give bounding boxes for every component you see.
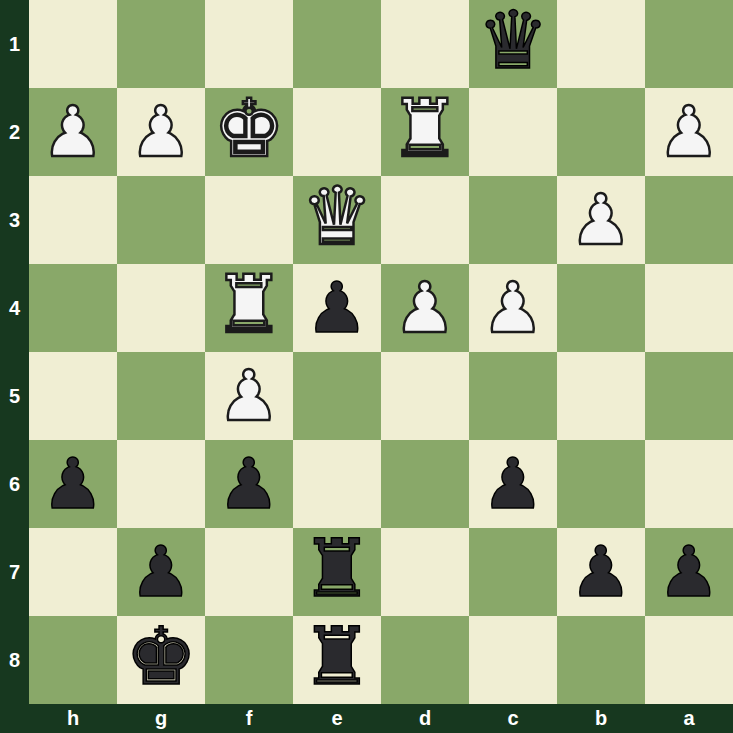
piece-black-pawn: ♟ [130,537,193,607]
rank-label-2: 2 [0,88,29,176]
chess-board: 1♛2♟♟♚♜♟3♛♟4♜♟♟♟5♟6♟♟♟7♟♜♟♟8♚♜hgfedcba [0,0,733,733]
file-label-f: f [205,704,293,733]
square-g7[interactable]: ♟ [117,528,205,616]
square-e4[interactable]: ♟ [293,264,381,352]
square-h1[interactable] [29,0,117,88]
rank-label-5: 5 [0,352,29,440]
piece-black-queen: ♛ [477,1,549,81]
rank-label-8: 8 [0,616,29,704]
rank-label-7: 7 [0,528,29,616]
file-label-g: g [117,704,205,733]
square-h6[interactable]: ♟ [29,440,117,528]
rank-label-3: 3 [0,176,29,264]
file-label-e: e [293,704,381,733]
square-g3[interactable] [117,176,205,264]
square-h4[interactable] [29,264,117,352]
piece-black-pawn: ♟ [306,273,369,343]
square-a4[interactable] [645,264,733,352]
square-d5[interactable] [381,352,469,440]
rank-label-6: 6 [0,440,29,528]
piece-white-rook: ♜ [389,89,461,169]
piece-white-queen: ♛ [301,177,373,257]
square-f7[interactable] [205,528,293,616]
square-c8[interactable] [469,616,557,704]
piece-white-pawn: ♟ [658,97,721,167]
square-a1[interactable] [645,0,733,88]
piece-white-pawn: ♟ [42,97,105,167]
square-e7[interactable]: ♜ [293,528,381,616]
square-d1[interactable] [381,0,469,88]
board-corner [0,704,29,733]
square-c7[interactable] [469,528,557,616]
square-f8[interactable] [205,616,293,704]
square-d8[interactable] [381,616,469,704]
square-g5[interactable] [117,352,205,440]
square-c3[interactable] [469,176,557,264]
square-a5[interactable] [645,352,733,440]
square-b7[interactable]: ♟ [557,528,645,616]
square-h2[interactable]: ♟ [29,88,117,176]
square-f3[interactable] [205,176,293,264]
file-label-b: b [557,704,645,733]
piece-black-rook: ♜ [301,529,373,609]
square-g6[interactable] [117,440,205,528]
file-label-a: a [645,704,733,733]
piece-black-king: ♚ [125,617,197,697]
square-a2[interactable]: ♟ [645,88,733,176]
square-h7[interactable] [29,528,117,616]
square-f5[interactable]: ♟ [205,352,293,440]
square-h8[interactable] [29,616,117,704]
square-e6[interactable] [293,440,381,528]
square-c5[interactable] [469,352,557,440]
square-d7[interactable] [381,528,469,616]
square-a8[interactable] [645,616,733,704]
file-label-c: c [469,704,557,733]
square-b2[interactable] [557,88,645,176]
square-c2[interactable] [469,88,557,176]
piece-black-pawn: ♟ [482,449,545,519]
piece-black-pawn: ♟ [658,537,721,607]
rank-label-1: 1 [0,0,29,88]
file-label-h: h [29,704,117,733]
square-d2[interactable]: ♜ [381,88,469,176]
square-f6[interactable]: ♟ [205,440,293,528]
square-c1[interactable]: ♛ [469,0,557,88]
piece-white-king: ♚ [213,89,285,169]
piece-white-pawn: ♟ [130,97,193,167]
piece-white-pawn: ♟ [482,273,545,343]
square-h3[interactable] [29,176,117,264]
square-b4[interactable] [557,264,645,352]
square-f2[interactable]: ♚ [205,88,293,176]
square-c6[interactable]: ♟ [469,440,557,528]
piece-white-pawn: ♟ [394,273,457,343]
square-b5[interactable] [557,352,645,440]
square-f1[interactable] [205,0,293,88]
square-h5[interactable] [29,352,117,440]
square-a6[interactable] [645,440,733,528]
piece-black-rook: ♜ [301,617,373,697]
square-e3[interactable]: ♛ [293,176,381,264]
square-b3[interactable]: ♟ [557,176,645,264]
piece-white-rook: ♜ [213,265,285,345]
square-e2[interactable] [293,88,381,176]
square-e1[interactable] [293,0,381,88]
square-g4[interactable] [117,264,205,352]
piece-white-pawn: ♟ [570,185,633,255]
piece-black-pawn: ♟ [570,537,633,607]
square-d4[interactable]: ♟ [381,264,469,352]
square-b8[interactable] [557,616,645,704]
piece-black-pawn: ♟ [42,449,105,519]
square-a7[interactable]: ♟ [645,528,733,616]
square-d3[interactable] [381,176,469,264]
square-g8[interactable]: ♚ [117,616,205,704]
square-f4[interactable]: ♜ [205,264,293,352]
square-d6[interactable] [381,440,469,528]
piece-white-pawn: ♟ [218,361,281,431]
file-label-d: d [381,704,469,733]
square-e8[interactable]: ♜ [293,616,381,704]
rank-label-4: 4 [0,264,29,352]
square-b6[interactable] [557,440,645,528]
square-a3[interactable] [645,176,733,264]
piece-black-pawn: ♟ [218,449,281,519]
square-g2[interactable]: ♟ [117,88,205,176]
square-g1[interactable] [117,0,205,88]
square-e5[interactable] [293,352,381,440]
square-b1[interactable] [557,0,645,88]
square-c4[interactable]: ♟ [469,264,557,352]
